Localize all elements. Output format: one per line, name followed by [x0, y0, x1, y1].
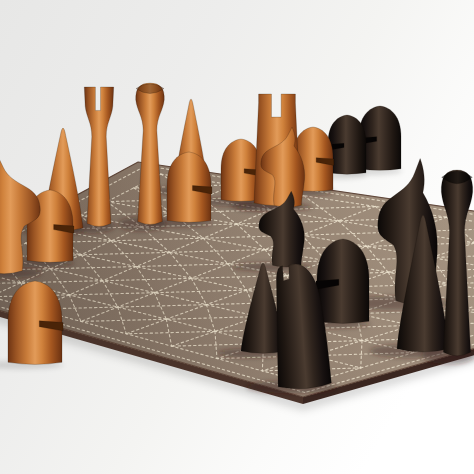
- chess-set-photo: [0, 0, 474, 474]
- white-pawn-3[interactable]: [167, 152, 212, 222]
- white-queen[interactable]: [136, 83, 165, 224]
- scene: [0, 0, 474, 474]
- white-pawn-5[interactable]: [8, 281, 63, 364]
- white-king[interactable]: [84, 87, 113, 226]
- black-pawn-1[interactable]: [316, 239, 369, 323]
